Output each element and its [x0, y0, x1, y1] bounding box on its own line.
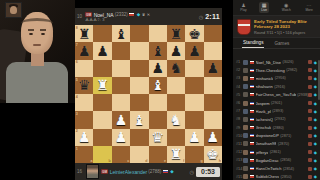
medal-icon — [308, 68, 312, 72]
standings-row[interactable]: #3mishanick(2956)◆ — [233, 74, 320, 82]
nav-item-play[interactable]: ♟ Play — [238, 2, 248, 14]
square-f2[interactable] — [167, 129, 185, 146]
player-name: Grischuk — [256, 125, 272, 130]
webcam-feed — [0, 0, 75, 103]
gem-icon: ◆ — [314, 158, 317, 163]
avatar — [243, 158, 248, 163]
rank-label: #11 — [236, 142, 243, 146]
standings-row[interactable]: #13BogdanDeac(2856)◆ — [233, 156, 320, 164]
square-e3[interactable] — [149, 111, 167, 128]
medal-icon — [308, 109, 312, 113]
medal-icon — [308, 134, 312, 138]
square-g5[interactable] — [185, 77, 203, 94]
ellipsis-icon: ⋯ — [307, 3, 312, 8]
square-a5[interactable]: 5♛ — [75, 77, 93, 94]
top-player-marker: 10 — [77, 14, 83, 19]
square-h4[interactable] — [204, 94, 222, 111]
standings-row[interactable]: #15SablokChess(2850)◆ — [233, 173, 320, 180]
player-name: Noel_Nk_Dise — [256, 60, 282, 65]
square-e4[interactable] — [149, 94, 167, 111]
player-name: SablokChess — [256, 174, 280, 179]
square-c7[interactable] — [112, 42, 130, 59]
medal-icon — [308, 85, 312, 89]
country-flag-icon — [250, 85, 255, 88]
hair — [21, 18, 53, 29]
black-pawn-h6[interactable]: ♟ — [207, 61, 220, 75]
file-label: d — [145, 159, 147, 163]
standings-row[interactable]: #12jefferyx(2861)◆ — [233, 148, 320, 156]
square-d4[interactable] — [130, 94, 148, 111]
white-queen-e2[interactable]: ♛ — [151, 130, 164, 144]
eyebrow — [40, 29, 46, 31]
file-label: b — [109, 159, 111, 163]
country-flag-icon — [250, 110, 255, 113]
player-name: BogdanDeac — [256, 158, 279, 163]
rank-label: #15 — [236, 175, 243, 179]
gem-icon: ◆ — [314, 76, 317, 81]
gem-icon: ◆ — [314, 68, 317, 73]
white-rook-b5[interactable]: ♜ — [96, 78, 109, 92]
player-name: FairChess_on_YouTube — [256, 92, 296, 97]
nav-item-live[interactable]: ▦ Live — [259, 2, 269, 14]
black-rook-f8[interactable]: ♜ — [170, 27, 183, 41]
player-name: Thee-Chessking — [256, 68, 285, 73]
player-name: mishanick — [256, 76, 274, 81]
standings-row[interactable]: #8lachesisQ(2932)◆ — [233, 115, 320, 123]
square-f7[interactable]: ♟ — [167, 42, 185, 59]
square-e8[interactable] — [149, 25, 167, 42]
player-rating: (2854) — [283, 167, 294, 171]
country-flag-icon — [250, 93, 255, 96]
medal-icon — [308, 158, 312, 162]
square-f5[interactable] — [167, 77, 185, 94]
black-bishop-c8[interactable]: ♝ — [115, 27, 128, 41]
inset-picture — [5, 2, 22, 18]
player-rating: (3026) — [283, 60, 294, 64]
captured-pieces: ♙♙♙♘3 — [85, 18, 150, 22]
gem-icon: ◆ — [314, 166, 317, 171]
gem-icon: ◆ — [314, 92, 317, 97]
rank-label: #9 — [236, 126, 243, 130]
medal-icon — [308, 142, 312, 146]
medal-icon — [308, 167, 312, 171]
file-label: g — [200, 159, 202, 163]
title-badge: GM — [101, 169, 108, 174]
black-knight-f6[interactable]: ♞ — [170, 61, 183, 75]
square-b7[interactable]: ♟ — [93, 42, 111, 59]
mouth — [33, 44, 41, 46]
player-name: lachesisQ — [256, 117, 274, 122]
gem-icon: ◆ — [314, 117, 317, 122]
bottom-player-marker: 16 — [77, 169, 83, 174]
square-g3[interactable] — [185, 111, 203, 128]
player-name: dropstoneDP — [256, 133, 279, 138]
eyebrow — [28, 29, 34, 31]
standings-row[interactable]: #4nihalsarin(2916)◆ — [233, 83, 320, 91]
row-icons: ◆ — [308, 109, 317, 114]
medal-icon — [308, 93, 312, 97]
square-d6[interactable] — [130, 60, 148, 77]
person-neck — [31, 52, 44, 66]
square-f6[interactable]: ♞ — [167, 60, 185, 77]
white-pawn-a2[interactable]: ♟ — [78, 130, 91, 144]
panel-tabs: Standings Games — [233, 38, 320, 49]
player-name: HansOnTwitch — [256, 166, 282, 171]
square-c8[interactable]: ♝ — [112, 25, 130, 42]
gem-icon: ◆ — [314, 60, 317, 65]
tournament-title: Early Titled Tuesday Blitz February 28 2… — [254, 19, 317, 30]
country-flag-icon — [250, 151, 255, 154]
rank-label: #2 — [236, 68, 243, 72]
square-d8[interactable] — [130, 25, 148, 42]
player-name: Hovik_pl — [256, 109, 271, 114]
standings-row[interactable]: #1Noel_Nk_Dise(3026)◆ — [233, 58, 320, 66]
player-name: jefferyx — [256, 150, 269, 155]
avatar — [243, 68, 248, 73]
gem-icon: ◆ — [314, 109, 317, 114]
bottom-player-bar: 16 GM LeinierAlexander (2788) ◆ ◷ 0:53 — [75, 163, 222, 180]
rank-label: #10 — [236, 134, 243, 138]
rank-label: #8 — [236, 117, 243, 121]
top-player-rating: (2332) — [115, 12, 128, 17]
row-icons: ◆ — [308, 141, 317, 146]
avatar — [243, 174, 248, 179]
medal-icon — [308, 101, 312, 105]
white-pawn-g2[interactable]: ♟ — [188, 130, 201, 144]
black-king-g8[interactable]: ♚ — [188, 27, 201, 41]
square-h5[interactable] — [204, 77, 222, 94]
country-flag-icon — [163, 170, 168, 174]
player-rating: (2938) — [297, 93, 308, 97]
square-c1[interactable]: c — [112, 146, 130, 163]
tab-standings[interactable]: Standings — [242, 38, 264, 48]
avatar — [243, 125, 248, 130]
avatar — [243, 117, 248, 122]
diamond-icon: ◆ — [170, 169, 173, 174]
square-b3[interactable] — [93, 111, 111, 128]
file-label: f — [183, 159, 184, 163]
avatar — [243, 150, 248, 155]
row-icons: ◆ — [308, 76, 317, 81]
avatar — [243, 60, 248, 65]
eye-icon: ◉ — [284, 3, 288, 8]
rank-label: #14 — [236, 167, 243, 171]
medal-icon — [308, 150, 312, 154]
avatar — [243, 92, 248, 97]
square-g8[interactable]: ♚ — [185, 25, 203, 42]
file-label: h — [219, 159, 221, 163]
avatar — [243, 141, 248, 146]
tab-games[interactable]: Games — [273, 39, 290, 48]
tournament-banner[interactable]: Early Titled Tuesday Blitz February 28 2… — [233, 16, 320, 38]
square-a1[interactable]: 1a — [75, 146, 93, 163]
square-c2[interactable]: ♟ — [112, 129, 130, 146]
white-bishop-d3[interactable]: ♝ — [133, 113, 146, 127]
square-h7[interactable] — [204, 42, 222, 59]
square-b6[interactable] — [93, 60, 111, 77]
square-g6[interactable] — [185, 60, 203, 77]
country-flag-icon — [250, 175, 255, 178]
square-d3[interactable]: ♝ — [130, 111, 148, 128]
standings-row[interactable]: #14HansOnTwitch(2854)◆ — [233, 164, 320, 172]
row-icons: ◆ — [308, 166, 317, 171]
black-rook-a8[interactable]: ♜ — [78, 27, 91, 41]
person-torso — [6, 62, 68, 103]
square-c5[interactable] — [112, 77, 130, 94]
black-queen-a5[interactable]: ♛ — [78, 78, 91, 92]
country-flag-icon — [250, 159, 255, 162]
gem-icon: ◆ — [314, 101, 317, 106]
tournament-panel: ♟ Play ▦ Live ◉ Watch ⋯ More Early Title… — [233, 0, 320, 180]
chess-board[interactable]: 8♜♝♜♚7♟♟♝♟♟6♟♞♟5♛♜♝43♟♝♞2♟♟♛♟♟1abcdef♜gh… — [75, 25, 222, 163]
square-b4[interactable] — [93, 94, 111, 111]
top-player-clock: 2:11 — [205, 13, 220, 20]
scrollbar[interactable] — [318, 60, 320, 100]
player-rating: (2982) — [286, 68, 297, 72]
row-icons: ◆ — [308, 117, 317, 122]
rank-label: #1 — [236, 60, 243, 64]
avatar — [243, 84, 248, 89]
square-c4[interactable] — [112, 94, 130, 111]
rank-label: #3 — [236, 76, 243, 80]
close-icon[interactable]: ✕ — [147, 12, 150, 17]
rank-label: 4 — [76, 95, 78, 99]
player-rating: (2871) — [280, 134, 291, 138]
player-rating: (2916) — [274, 85, 285, 89]
player-rating: (2856) — [280, 158, 291, 162]
row-icons: ◆ — [308, 133, 317, 138]
square-c3[interactable]: ♟ — [112, 111, 130, 128]
avatar — [243, 76, 248, 81]
gem-icon: ◆ — [314, 133, 317, 138]
medal-icon — [308, 60, 312, 64]
gem-icon: ◆ — [314, 174, 317, 179]
rank-label: 7 — [76, 43, 78, 47]
file-label: c — [127, 159, 129, 163]
avatar — [243, 133, 248, 138]
top-player-bar: 10 GM Noel_NA (2332) ◆ ♛ ✕ ♙♙♙♘3 ◷ 2:11 — [75, 8, 222, 25]
medal-icon — [308, 175, 312, 179]
rank-label: #13 — [236, 158, 243, 162]
square-g2[interactable]: ♟ — [185, 129, 203, 146]
grid-icon: ▦ — [262, 3, 267, 8]
white-rook-f1[interactable]: ♜ — [170, 147, 183, 161]
country-flag-icon — [250, 167, 255, 170]
black-pawn-b7[interactable]: ♟ — [96, 44, 109, 58]
avatar — [243, 101, 248, 106]
square-h8[interactable] — [204, 25, 222, 42]
standings-row[interactable]: #10dropstoneDP(2871)◆ — [233, 132, 320, 140]
player-rating: (2870) — [278, 142, 289, 146]
file-label: a — [90, 159, 92, 163]
rank-label: 1 — [76, 147, 78, 151]
inset-face — [10, 6, 17, 14]
rank-label: #5 — [236, 93, 243, 97]
white-king-h1[interactable]: ♚ — [207, 147, 220, 161]
player-rating: (2893) — [272, 109, 283, 113]
pawn-icon: ♟ — [241, 3, 245, 8]
bottom-player-name[interactable]: LeinierAlexander — [110, 169, 148, 175]
square-e1[interactable]: e — [149, 146, 167, 163]
standings-row[interactable]: #6Jospem(2901)◆ — [233, 99, 320, 107]
row-icons: ◆ — [308, 92, 317, 97]
country-flag-icon — [129, 13, 134, 17]
avatar — [243, 109, 248, 114]
country-flag-icon — [250, 77, 255, 80]
rank-label: #6 — [236, 101, 243, 105]
country-flag-icon — [250, 118, 255, 121]
square-h3[interactable] — [204, 111, 222, 128]
square-e2[interactable]: ♛ — [149, 129, 167, 146]
white-knight-f3[interactable]: ♞ — [170, 113, 183, 127]
black-pawn-g7[interactable]: ♟ — [188, 44, 201, 58]
player-name: nihalsarin — [256, 84, 273, 89]
square-e6[interactable]: ♟ — [149, 60, 167, 77]
standings-row[interactable]: #5FairChess_on_YouTube(2938)◆ — [233, 91, 320, 99]
square-f4[interactable] — [167, 94, 185, 111]
standings-list[interactable]: #1Noel_Nk_Dise(3026)◆#2Thee-Chessking(29… — [233, 58, 320, 180]
gem-icon: ◆ — [314, 141, 317, 146]
tournament-subtitle: Round 7/11 • 5|1 • 516 players — [254, 31, 317, 35]
player-rating: (2901) — [271, 101, 282, 105]
avatar — [243, 166, 248, 171]
black-pawn-a7[interactable]: ♟ — [78, 44, 91, 58]
player-rating: (2932) — [275, 117, 286, 121]
white-bishop-e5[interactable]: ♝ — [151, 78, 164, 92]
panel-nav: ♟ Play ▦ Live ◉ Watch ⋯ More — [233, 0, 320, 16]
row-icons: ◆ — [308, 174, 317, 179]
square-a7[interactable]: 7♟ — [75, 42, 93, 59]
square-g1[interactable]: g — [185, 146, 203, 163]
file-label: e — [164, 159, 166, 163]
standings-row[interactable]: #7Hovik_pl(2893)◆ — [233, 107, 320, 115]
square-a8[interactable]: 8♜ — [75, 25, 93, 42]
square-d5[interactable] — [130, 77, 148, 94]
square-d2[interactable] — [130, 129, 148, 146]
bottom-player-rating: (2788) — [148, 169, 161, 174]
rank-label: #4 — [236, 85, 243, 89]
medal-icon — [308, 76, 312, 80]
square-g4[interactable] — [185, 94, 203, 111]
challenge-icon[interactable]: ♛ — [142, 12, 146, 17]
clock-icon: ◷ — [199, 14, 203, 20]
medal-icon — [308, 117, 312, 121]
player-name: Jospem — [256, 101, 270, 106]
standings-row[interactable]: #11Jonathan98(2870)◆ — [233, 140, 320, 148]
square-g7[interactable]: ♟ — [185, 42, 203, 59]
tournament-shield-icon — [237, 19, 251, 35]
person-head — [21, 12, 53, 54]
country-flag-icon — [250, 142, 255, 145]
medal-icon — [308, 126, 312, 130]
square-h6[interactable]: ♟ — [204, 60, 222, 77]
row-icons: ◆ — [308, 68, 317, 73]
standings-row[interactable]: #2Thee-Chessking(2982)◆ — [233, 66, 320, 74]
square-a2[interactable]: 2♟ — [75, 129, 93, 146]
square-a3[interactable]: 3 — [75, 111, 93, 128]
rank-label: 8 — [76, 26, 78, 30]
square-e7[interactable]: ♝ — [149, 42, 167, 59]
player-rating: (2956) — [275, 76, 286, 80]
nav-item-watch[interactable]: ◉ Watch — [280, 2, 293, 14]
square-f1[interactable]: f♜ — [167, 146, 185, 163]
white-pawn-c2[interactable]: ♟ — [115, 130, 128, 144]
avatar[interactable] — [86, 164, 99, 179]
country-flag-icon — [250, 69, 255, 72]
black-pawn-e6[interactable]: ♟ — [151, 61, 164, 75]
square-c6[interactable] — [112, 60, 130, 77]
gem-icon: ◆ — [314, 84, 317, 89]
country-flag-icon — [250, 61, 255, 64]
square-a4[interactable]: 4 — [75, 94, 93, 111]
square-b2[interactable] — [93, 129, 111, 146]
gem-icon: ◆ — [314, 125, 317, 130]
player-rating: (2880) — [273, 126, 284, 130]
black-pawn-f7[interactable]: ♟ — [170, 44, 183, 58]
white-pawn-c3[interactable]: ♟ — [115, 113, 128, 127]
row-icons: ◆ — [308, 125, 317, 130]
white-pawn-h2[interactable]: ♟ — [207, 130, 220, 144]
nav-item-more[interactable]: ⋯ More — [303, 2, 314, 14]
clock-icon: ◷ — [190, 169, 194, 175]
square-d7[interactable] — [130, 42, 148, 59]
row-icons: ◆ — [308, 150, 317, 155]
square-h2[interactable]: ♟ — [204, 129, 222, 146]
rank-label: 5 — [76, 78, 78, 82]
country-flag-icon — [250, 126, 255, 129]
square-f8[interactable]: ♜ — [167, 25, 185, 42]
standings-row[interactable]: #9Grischuk(2880)◆ — [233, 124, 320, 132]
player-rating: (2850) — [281, 175, 292, 179]
square-a6[interactable]: 6 — [75, 60, 93, 77]
gem-icon: ◆ — [314, 150, 317, 155]
square-f3[interactable]: ♞ — [167, 111, 185, 128]
country-flag-icon — [250, 102, 255, 105]
player-name: Jonathan98 — [256, 141, 277, 146]
square-b1[interactable]: b — [93, 146, 111, 163]
square-d1[interactable]: d — [130, 146, 148, 163]
square-h1[interactable]: h♚ — [204, 146, 222, 163]
rank-label: 6 — [76, 60, 78, 64]
eye — [29, 33, 33, 35]
rank-label: #12 — [236, 150, 243, 154]
diamond-icon: ◆ — [137, 12, 140, 17]
rank-label: #7 — [236, 109, 243, 113]
eye — [41, 33, 45, 35]
black-bishop-e7[interactable]: ♝ — [151, 44, 164, 58]
row-icons: ◆ — [308, 101, 317, 106]
player-rating: (2861) — [270, 150, 281, 154]
country-flag-icon — [250, 134, 255, 137]
row-icons: ◆ — [308, 60, 317, 65]
row-icons: ◆ — [308, 158, 317, 163]
square-b8[interactable] — [93, 25, 111, 42]
rank-label: 3 — [76, 112, 78, 116]
square-b5[interactable]: ♜ — [93, 77, 111, 94]
rank-label: 2 — [76, 129, 78, 133]
bottom-player-clock: 0:53 — [196, 167, 220, 177]
square-e5[interactable]: ♝ — [149, 77, 167, 94]
row-icons: ◆ — [308, 84, 317, 89]
